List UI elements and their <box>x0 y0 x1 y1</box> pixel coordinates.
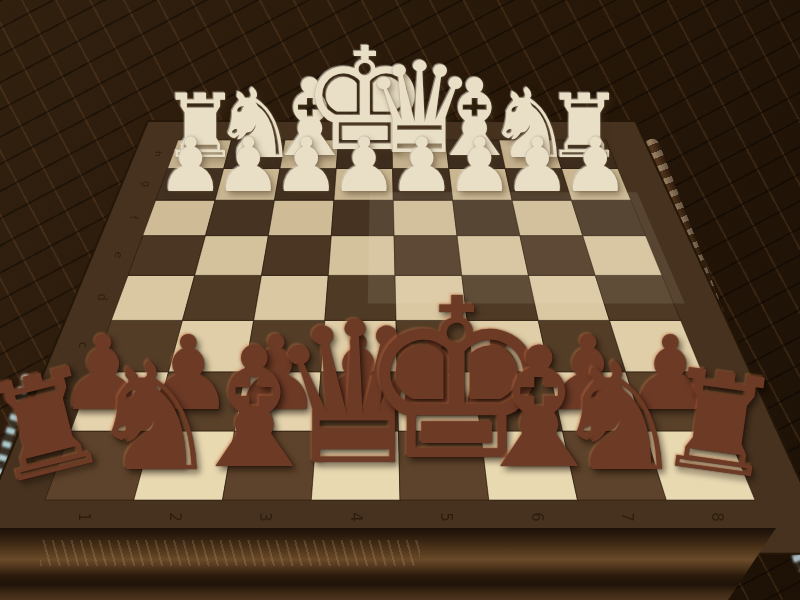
scene: 12345678abcdefgh ♜♞♝♚♛♝♞♜♟♟♟♟♟♟♟♟♟♟♟♟♟♟♟… <box>0 0 800 600</box>
pieces-layer: ♜♞♝♚♛♝♞♜♟♟♟♟♟♟♟♟♟♟♟♟♟♟♟♟♜♞♝♛♚♝♞♜ <box>0 0 800 600</box>
chess-piece-white-P[interactable]: ♟ <box>562 128 629 203</box>
chess-piece-dark-R[interactable]: ♜ <box>649 349 789 501</box>
